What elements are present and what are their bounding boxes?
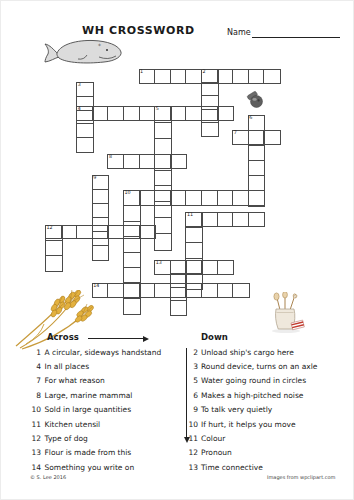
- grid-cell[interactable]: [46, 256, 62, 271]
- grid-cell[interactable]: [249, 176, 265, 191]
- grid-cell[interactable]: [202, 110, 218, 123]
- grid-cell[interactable]: [186, 70, 202, 83]
- clue-number: 7: [24, 376, 41, 385]
- grid-cell[interactable]: [124, 206, 140, 221]
- grid-cell[interactable]: [77, 111, 93, 125]
- clue-number: 11: [24, 420, 41, 429]
- grid-cell[interactable]: [124, 299, 140, 314]
- grid-cell[interactable]: [249, 213, 265, 226]
- grid-cell[interactable]: [233, 284, 249, 297]
- entry-12-down: [45, 225, 63, 272]
- cell-number-label: 7: [232, 130, 237, 136]
- clue-text: If hurt, it helps you move: [201, 420, 296, 429]
- clue-number: 11: [180, 434, 198, 443]
- clue-text: Sold in large quantities: [45, 405, 132, 414]
- grid-cell[interactable]: [171, 155, 187, 168]
- grid-cell[interactable]: [171, 261, 187, 274]
- cell-number-label: 14: [92, 283, 100, 289]
- grid-cell[interactable]: [140, 284, 156, 297]
- clue-number: 6: [180, 391, 198, 400]
- grid-cell[interactable]: [249, 191, 265, 206]
- grid-cell[interactable]: [249, 70, 265, 83]
- clue-number: 12: [24, 434, 41, 443]
- down-clue-row: 9To talk very quietly: [180, 403, 317, 417]
- clue-number: 13: [180, 463, 198, 472]
- clue-number: 4: [24, 362, 41, 371]
- grid-cell[interactable]: [124, 253, 140, 268]
- grid-cell[interactable]: [264, 131, 280, 144]
- clue-text: To talk very quietly: [201, 405, 272, 414]
- grid-cell[interactable]: [171, 107, 187, 120]
- grid-cell[interactable]: [155, 123, 171, 139]
- grid-cell[interactable]: [155, 171, 171, 187]
- across-clue-row: 11Kitchen utensil: [24, 417, 161, 431]
- cell-number-label: 1: [139, 69, 144, 75]
- grid-cell[interactable]: [171, 288, 187, 301]
- grid-cell[interactable]: [202, 261, 218, 274]
- grid-cell[interactable]: [233, 191, 249, 205]
- clue-text: Time connective: [201, 463, 263, 472]
- grid-cell[interactable]: [155, 139, 171, 155]
- clue-text: Colour: [201, 434, 225, 443]
- grid-cell[interactable]: [77, 226, 93, 238]
- grid-cell[interactable]: [186, 228, 202, 243]
- entry-10-down: [123, 190, 141, 315]
- clue-number: 1: [24, 348, 41, 357]
- clue-text: Something you write on: [45, 463, 135, 472]
- clue-number: 13: [24, 448, 41, 457]
- grid-cell[interactable]: [186, 107, 202, 120]
- grid-cell[interactable]: [202, 123, 218, 136]
- cell-number-label: 4: [76, 106, 81, 112]
- grid-cell[interactable]: [171, 191, 187, 205]
- grid-cell[interactable]: [171, 301, 187, 314]
- grid-cell[interactable]: [46, 241, 62, 256]
- entry-8-across: [107, 154, 187, 169]
- entry-13-down: [170, 260, 188, 316]
- clue-number: 2: [180, 348, 198, 357]
- clue-text: Kitchen utensil: [45, 420, 101, 429]
- grid-cell[interactable]: [218, 191, 234, 205]
- clue-text: For what reason: [45, 376, 105, 385]
- grid-cell[interactable]: [233, 213, 249, 226]
- down-clue-row: 6Makes a high-pitched noise: [180, 388, 317, 402]
- grid-cell[interactable]: [202, 284, 218, 297]
- clue-text: A circular, sideways handstand: [45, 348, 162, 357]
- grid-cell[interactable]: [218, 213, 234, 226]
- down-clue-list: 2Unload ship's cargo here3Round device, …: [180, 345, 317, 475]
- grid-cell[interactable]: [124, 155, 140, 168]
- clue-number: 5: [180, 376, 198, 385]
- clue-text: Water going round in circles: [201, 376, 306, 385]
- across-clue-list: 1A circular, sideways handstand4In all p…: [24, 345, 161, 475]
- grid-cell[interactable]: [249, 161, 265, 176]
- down-clue-row: 11Colour: [180, 431, 317, 445]
- clue-number: 12: [180, 448, 198, 457]
- grid-cell[interactable]: [186, 243, 202, 258]
- grid-cell[interactable]: [171, 70, 187, 83]
- clue-text: Unload ship's cargo here: [201, 348, 294, 357]
- cell-number-label: 12: [45, 225, 53, 231]
- entry-11-down: [185, 212, 203, 290]
- clue-number: 14: [24, 463, 41, 472]
- across-clue-row: 13Flour is made from this: [24, 446, 161, 460]
- across-clue-row: 4In all places: [24, 359, 161, 373]
- across-clue-row: 14Something you write on: [24, 460, 161, 474]
- grid-cell[interactable]: [155, 234, 171, 250]
- grid-cell[interactable]: [218, 261, 234, 274]
- grid-cell[interactable]: [62, 226, 78, 238]
- image-credit-text: Images from wpclipart.com: [267, 474, 335, 480]
- cell-number-label: 2: [201, 69, 206, 75]
- entry-10-across: [123, 190, 265, 206]
- grid-cell[interactable]: [93, 246, 109, 260]
- grid-cell[interactable]: [202, 96, 218, 109]
- across-clue-row: 10Sold in large quantities: [24, 403, 161, 417]
- cell-number-label: 10: [123, 190, 131, 196]
- grid-cell[interactable]: [93, 218, 109, 232]
- grid-cell[interactable]: [264, 70, 280, 83]
- grid-cell[interactable]: [218, 70, 234, 83]
- clue-text: In all places: [45, 362, 90, 371]
- down-heading: Down: [201, 332, 228, 342]
- grid-cell[interactable]: [77, 138, 93, 152]
- entry-6-down: [248, 115, 266, 207]
- grid-cell[interactable]: [155, 70, 171, 83]
- grid-cell[interactable]: [218, 107, 234, 120]
- cell-number-label: 11: [185, 212, 193, 218]
- clue-text: Makes a high-pitched noise: [201, 391, 303, 400]
- grid-cell[interactable]: [155, 186, 171, 202]
- across-heading: Across: [47, 332, 79, 342]
- cell-number-label: 6: [248, 115, 253, 121]
- cell-number-label: 9: [92, 175, 97, 181]
- grid-cell[interactable]: [124, 268, 140, 283]
- clue-number: 3: [180, 362, 198, 371]
- clue-text: Large, marine mammal: [45, 391, 133, 400]
- grid-cell[interactable]: [249, 146, 265, 161]
- grid-cell[interactable]: [186, 191, 202, 205]
- grid-cell[interactable]: [140, 191, 156, 205]
- down-clue-row: 2Unload ship's cargo here: [180, 345, 317, 359]
- grid-cell[interactable]: [124, 107, 140, 120]
- grid-cell[interactable]: [186, 259, 202, 274]
- clue-number: 9: [180, 405, 198, 414]
- grid-cell[interactable]: [249, 131, 265, 146]
- grid-cell[interactable]: [140, 226, 156, 238]
- grid-cell[interactable]: [140, 155, 156, 168]
- grid-cell[interactable]: [171, 274, 187, 287]
- grid-cell[interactable]: [108, 226, 124, 238]
- grid-cell[interactable]: [77, 124, 93, 138]
- grid-cell[interactable]: [186, 274, 202, 289]
- clue-text: Pronoun: [201, 448, 232, 457]
- grid-cell[interactable]: [108, 107, 124, 120]
- across-clue-row: 1A circular, sideways handstand: [24, 345, 161, 359]
- grid-cell[interactable]: [93, 204, 109, 218]
- grid-cell[interactable]: [202, 213, 218, 226]
- clue-text: Type of dog: [45, 434, 88, 443]
- across-clue-row: 12Type of dog: [24, 431, 161, 445]
- entry-3-down: [76, 82, 94, 153]
- clue-number: 10: [180, 420, 198, 429]
- grid-cell[interactable]: [124, 283, 140, 298]
- cell-number-label: 13: [154, 260, 162, 266]
- clue-text: Flour is made from this: [45, 448, 132, 457]
- entry-9-down: [92, 175, 110, 261]
- grid-cell[interactable]: [124, 222, 140, 237]
- grid-cell[interactable]: [93, 190, 109, 204]
- down-clue-row: 10If hurt, it helps you move: [180, 417, 317, 431]
- down-clue-row: 3Round device, turns on an axle: [180, 359, 317, 373]
- down-clue-row: 12Pronoun: [180, 446, 317, 460]
- grid-cell[interactable]: [93, 107, 109, 120]
- grid-cell[interactable]: [124, 237, 140, 252]
- grid-cell[interactable]: [233, 70, 249, 83]
- grid-cell[interactable]: [93, 232, 109, 246]
- grid-cell[interactable]: [155, 202, 171, 218]
- clue-number: 8: [24, 391, 41, 400]
- grid-cell[interactable]: [218, 284, 234, 297]
- down-clue-row: 13Time connective: [180, 460, 317, 474]
- entry-5-down: [154, 106, 172, 251]
- grid-cell[interactable]: [202, 191, 218, 205]
- clue-text: Round device, turns on an axle: [201, 362, 317, 371]
- copyright-text: © S. Lee 2016: [30, 474, 66, 480]
- clue-number: 10: [24, 405, 41, 414]
- grid-cell[interactable]: [155, 284, 171, 297]
- grid-cell[interactable]: [108, 284, 124, 297]
- grid-cell[interactable]: [155, 218, 171, 234]
- grid-cell[interactable]: [202, 83, 218, 96]
- grid-cell[interactable]: [140, 107, 156, 120]
- across-clue-row: 7For what reason: [24, 374, 161, 388]
- entry-2-down: [201, 69, 219, 137]
- grid-cell[interactable]: [155, 155, 171, 171]
- utensils-clipart: [266, 292, 306, 334]
- cell-number-label: 5: [154, 106, 159, 112]
- cell-number-label: 8: [107, 154, 112, 160]
- cell-number-label: 3: [76, 82, 81, 88]
- across-clue-row: 8Large, marine mammal: [24, 388, 161, 402]
- down-clue-row: 5Water going round in circles: [180, 374, 317, 388]
- across-arrow: [88, 338, 144, 339]
